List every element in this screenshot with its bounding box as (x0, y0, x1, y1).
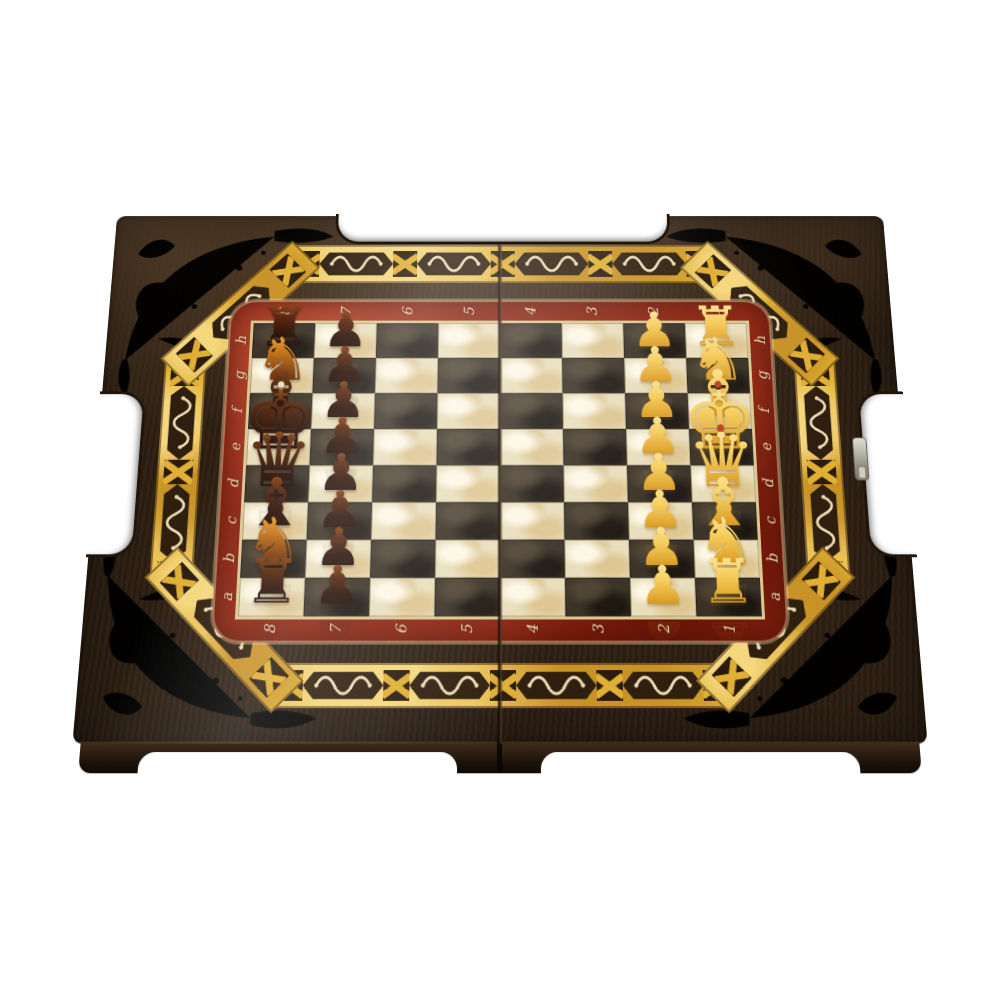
board-square (369, 578, 435, 617)
board-square (246, 429, 311, 465)
band-x-motif (694, 254, 730, 288)
board-square (563, 429, 627, 465)
board-square (244, 465, 309, 502)
board-square (565, 578, 631, 617)
band-x-motif (249, 657, 289, 698)
band-cartouche (516, 670, 597, 701)
board-square (311, 393, 375, 429)
band-x-motif (711, 657, 751, 698)
board-square (685, 323, 748, 358)
board-square (312, 358, 375, 393)
board-square (500, 540, 565, 578)
board-square (500, 502, 564, 539)
band-cartouche (612, 251, 687, 277)
board-square (628, 502, 693, 539)
band-cartouche (802, 386, 836, 460)
board-square (372, 465, 436, 502)
foot-arch (137, 752, 457, 774)
board-square (688, 393, 752, 429)
board-square (436, 465, 500, 502)
board-square (370, 540, 435, 578)
board-square (500, 393, 563, 429)
board-square (564, 540, 629, 578)
board-square (374, 393, 437, 429)
board-square (563, 393, 626, 429)
product-photo: 87654321 87654321 hgfedcba hgfedcba ♜♜♞♞… (0, 0, 1000, 1000)
board-square (252, 323, 315, 358)
board-square (500, 578, 565, 617)
band-x-motif (596, 670, 623, 701)
board-square (248, 393, 312, 429)
band-cartouche (622, 670, 704, 701)
band-x-motif (588, 251, 613, 277)
board-square (500, 358, 563, 393)
board-square (238, 578, 305, 617)
board-square (305, 540, 371, 578)
case-notch-top (335, 214, 671, 244)
board-square (625, 393, 689, 429)
board-square (500, 465, 564, 502)
band-x-motif (175, 337, 212, 372)
board-square (437, 358, 500, 393)
board-square (692, 502, 758, 539)
board-square (562, 358, 625, 393)
band-cartouche (165, 386, 199, 460)
board-square (437, 429, 500, 465)
board-square (693, 540, 759, 578)
band-x-motif (269, 254, 305, 288)
board-square (242, 502, 308, 539)
board-square (371, 502, 436, 539)
board-square (686, 358, 750, 393)
board-square (373, 429, 437, 465)
case-sidewall (78, 742, 922, 774)
band-x-motif (806, 460, 837, 484)
board-square (630, 578, 697, 617)
foot-arch (541, 752, 861, 774)
board-square (376, 323, 439, 358)
band-x-motif (159, 562, 198, 601)
amber-chess-case: 87654321 87654321 hgfedcba hgfedcba ♜♜♞♞… (72, 216, 927, 743)
board-square (629, 540, 695, 578)
board-square (624, 358, 687, 393)
board-square (626, 429, 690, 465)
board-square (435, 578, 500, 617)
board-square (564, 502, 629, 539)
band-x-motif (163, 460, 194, 484)
board-square (623, 323, 686, 358)
band-x-motif (801, 562, 840, 601)
band-x-motif (383, 670, 410, 701)
board-square (240, 540, 306, 578)
board-square (308, 465, 373, 502)
board-square (304, 578, 371, 617)
board-square (436, 502, 500, 539)
board-square (437, 393, 500, 429)
board-square (689, 429, 754, 465)
board-square (310, 429, 374, 465)
board-square (627, 465, 692, 502)
board-square (375, 358, 438, 393)
board-square (250, 358, 314, 393)
board-square (500, 429, 563, 465)
band-cartouche (417, 251, 491, 277)
band-cartouche (319, 251, 394, 277)
board-square (563, 465, 627, 502)
band-x-motif (393, 251, 417, 277)
case-notch-left (86, 391, 147, 557)
perspective-wrapper: 87654321 87654321 hgfedcba hgfedcba ♜♜♞♞… (69, 216, 931, 786)
board-square (314, 323, 377, 358)
board-square (690, 465, 755, 502)
band-cartouche (302, 670, 383, 701)
band-cartouche (409, 670, 490, 701)
board-square (435, 540, 500, 578)
board-square (695, 578, 762, 617)
board-square (307, 502, 372, 539)
fold-seam (497, 216, 503, 743)
band-cartouche (515, 251, 589, 277)
board-square (500, 323, 562, 358)
band-x-motif (788, 337, 825, 372)
fold-seam-sidewall (497, 742, 502, 774)
board-square (562, 323, 625, 358)
board-square (438, 323, 500, 358)
